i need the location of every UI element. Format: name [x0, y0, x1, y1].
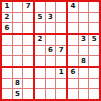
- sudoku-cell-r8c2: 8: [13, 79, 23, 89]
- sudoku-cell-r2c5: 3: [46, 13, 56, 23]
- sudoku-cell-r2c2[interactable]: [13, 13, 23, 23]
- sudoku-cell-r5c5: 6: [46, 46, 56, 56]
- sudoku-cell-r1c5[interactable]: [46, 2, 56, 12]
- sudoku-cell-r3c8[interactable]: [79, 23, 89, 33]
- sudoku-cell-r4c3[interactable]: [23, 35, 33, 45]
- sudoku-cell-r1c8[interactable]: [79, 2, 89, 12]
- sudoku-cell-r5c2[interactable]: [13, 46, 23, 56]
- sudoku-cell-r2c6[interactable]: [56, 13, 66, 23]
- sudoku-cell-r8c6[interactable]: [56, 79, 66, 89]
- sudoku-cell-r3c5[interactable]: [46, 23, 56, 33]
- sudoku-cell-r9c5[interactable]: [46, 89, 56, 99]
- sudoku-cell-r9c4[interactable]: [35, 89, 45, 99]
- sudoku-cell-r4c6[interactable]: [56, 35, 66, 45]
- sudoku-cell-r4c7[interactable]: [68, 35, 78, 45]
- sudoku-cell-r6c6[interactable]: [56, 56, 66, 66]
- sudoku-cell-r8c1[interactable]: [2, 79, 12, 89]
- sudoku-cell-r6c3[interactable]: [23, 56, 33, 66]
- sudoku-cell-r6c1[interactable]: [2, 56, 12, 66]
- sudoku-cell-r9c9[interactable]: [89, 89, 99, 99]
- sudoku-cell-r8c3[interactable]: [23, 79, 33, 89]
- sudoku-cell-r3c6[interactable]: [56, 23, 66, 33]
- sudoku-cell-r4c2[interactable]: [13, 35, 23, 45]
- sudoku-cell-r2c9[interactable]: [89, 13, 99, 23]
- sudoku-cell-r5c6: 7: [56, 46, 66, 56]
- sudoku-cell-r4c8: 3: [79, 35, 89, 45]
- sudoku-cell-r7c7: 6: [68, 68, 78, 78]
- sudoku-cell-r9c6[interactable]: [56, 89, 66, 99]
- sudoku-cell-r5c8[interactable]: [79, 46, 89, 56]
- sudoku-cell-r7c6: 1: [56, 68, 66, 78]
- sudoku-cell-r9c2: 5: [13, 89, 23, 99]
- sudoku-cell-r3c1: 6: [2, 23, 12, 33]
- sudoku-cell-r2c8[interactable]: [79, 13, 89, 23]
- sudoku-cell-r5c9[interactable]: [89, 46, 99, 56]
- sudoku-cell-r8c4[interactable]: [35, 79, 45, 89]
- sudoku-cell-r6c5[interactable]: [46, 56, 56, 66]
- sudoku-cell-r5c1[interactable]: [2, 46, 12, 56]
- sudoku-cell-r7c4[interactable]: [35, 68, 45, 78]
- sudoku-cell-r5c4[interactable]: [35, 46, 45, 56]
- sudoku-cell-r9c3[interactable]: [23, 89, 33, 99]
- sudoku-cell-r3c2[interactable]: [13, 23, 23, 33]
- sudoku-cell-r4c4: 2: [35, 35, 45, 45]
- sudoku-cell-r1c3: 7: [23, 2, 33, 12]
- sudoku-cell-r6c9[interactable]: [89, 56, 99, 66]
- sudoku-cell-r5c3[interactable]: [23, 46, 33, 56]
- sudoku-cell-r8c8[interactable]: [79, 79, 89, 89]
- sudoku-cell-r7c5[interactable]: [46, 68, 56, 78]
- sudoku-cell-r3c7[interactable]: [68, 23, 78, 33]
- sudoku-cell-r4c1[interactable]: [2, 35, 12, 45]
- sudoku-cell-r4c5[interactable]: [46, 35, 56, 45]
- sudoku-cell-r2c7[interactable]: [68, 13, 78, 23]
- sudoku-cell-r6c4[interactable]: [35, 56, 45, 66]
- sudoku-cell-r1c6[interactable]: [56, 2, 66, 12]
- sudoku-cell-r5c7[interactable]: [68, 46, 78, 56]
- sudoku-cell-r8c9[interactable]: [89, 79, 99, 89]
- sudoku-cell-r1c1: 1: [2, 2, 12, 12]
- sudoku-cell-r9c1[interactable]: [2, 89, 12, 99]
- sudoku-cell-r3c4[interactable]: [35, 23, 45, 33]
- sudoku-cell-r3c9[interactable]: [89, 23, 99, 33]
- sudoku-cell-r7c3[interactable]: [23, 68, 33, 78]
- sudoku-cell-r2c3[interactable]: [23, 13, 33, 23]
- sudoku-cell-r1c2[interactable]: [13, 2, 23, 12]
- sudoku-cell-r6c2[interactable]: [13, 56, 23, 66]
- sudoku-cell-r2c1: 2: [2, 13, 12, 23]
- sudoku-cell-r3c3[interactable]: [23, 23, 33, 33]
- sudoku-cell-r1c7: 4: [68, 2, 78, 12]
- sudoku-cell-r7c1[interactable]: [2, 68, 12, 78]
- sudoku-cell-r1c9[interactable]: [89, 2, 99, 12]
- sudoku-cell-r7c9[interactable]: [89, 68, 99, 78]
- sudoku-cell-r2c4: 5: [35, 13, 45, 23]
- sudoku-cell-r7c2[interactable]: [13, 68, 23, 78]
- sudoku-cell-r4c9: 5: [89, 35, 99, 45]
- sudoku-cell-r1c4[interactable]: [35, 2, 45, 12]
- sudoku-cell-r9c7[interactable]: [68, 89, 78, 99]
- sudoku-cell-r8c5[interactable]: [46, 79, 56, 89]
- sudoku-cell-r8c7[interactable]: [68, 79, 78, 89]
- sudoku-cell-r6c7[interactable]: [68, 56, 78, 66]
- sudoku-board: 17425362356781685: [0, 0, 101, 101]
- sudoku-cell-r6c8: 8: [79, 56, 89, 66]
- sudoku-cell-r7c8[interactable]: [79, 68, 89, 78]
- sudoku-cell-r9c8[interactable]: [79, 89, 89, 99]
